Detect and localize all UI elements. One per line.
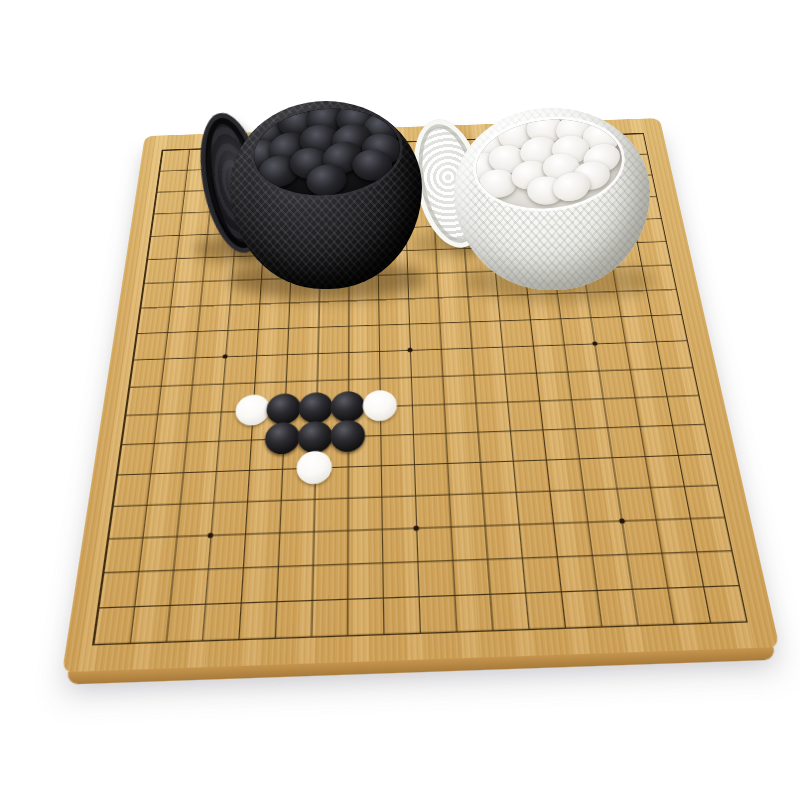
- go-set-photo: [0, 0, 800, 800]
- white-stone: [363, 389, 398, 421]
- black-stone: [266, 393, 301, 425]
- black-bowl-stone: [352, 149, 393, 181]
- black-stone: [330, 419, 365, 452]
- black-stone: [265, 421, 301, 454]
- black-bowl-opening: [251, 103, 404, 201]
- stones-layer: [92, 133, 748, 646]
- white-stone: [296, 450, 332, 484]
- white-stone-bowl: [454, 108, 650, 290]
- board-perspective-wrapper: [100, 40, 721, 661]
- black-stone: [299, 392, 334, 424]
- black-stone: [331, 391, 365, 423]
- white-bowl-opening: [472, 113, 626, 216]
- white-stone: [234, 394, 270, 426]
- black-stone: [297, 420, 332, 453]
- black-stone-bowl: [230, 101, 422, 289]
